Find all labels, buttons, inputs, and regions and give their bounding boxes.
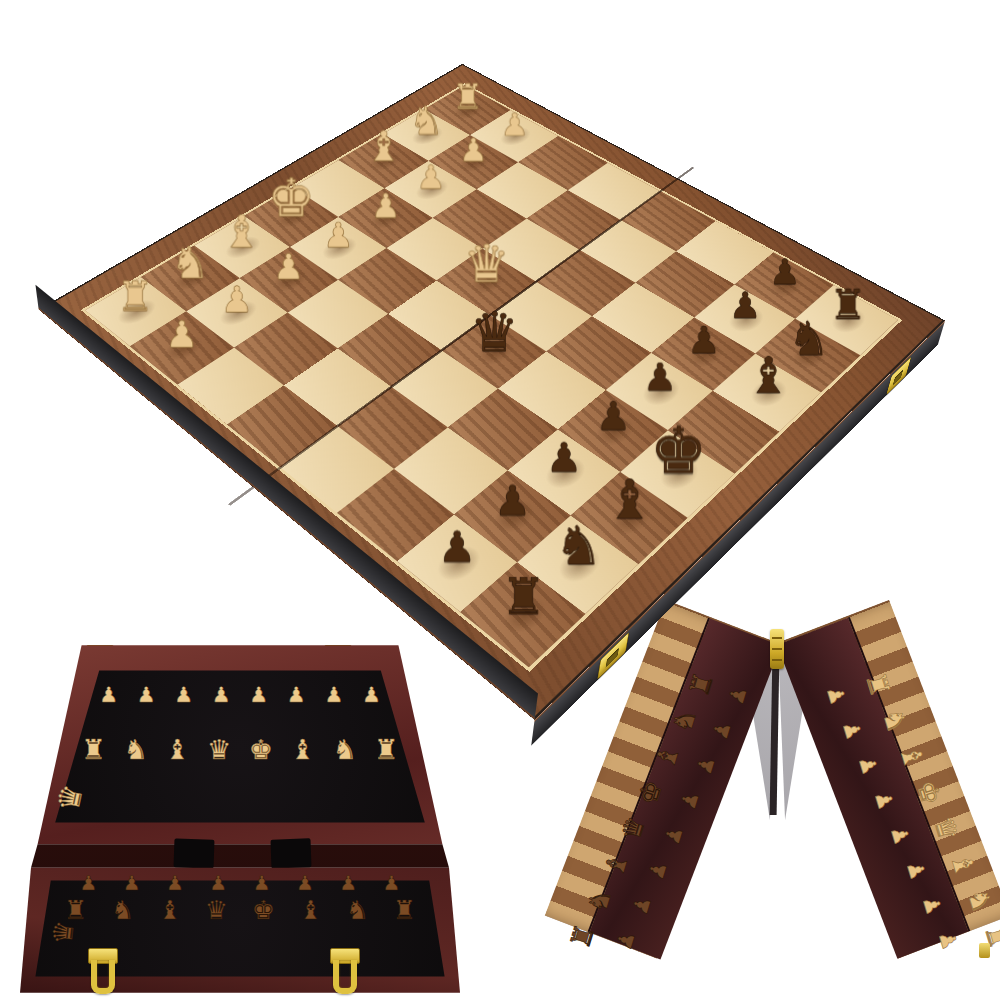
tray-piece-wP: ♟: [212, 685, 231, 706]
tray-piece-wP: ♟: [287, 685, 306, 706]
tray-piece-wR: ♜: [82, 736, 106, 763]
piece-bP: ♟: [769, 255, 801, 290]
piece-wP: ♟: [501, 109, 529, 140]
tray-piece-wP: ♟: [324, 685, 343, 706]
hinge-gap: [770, 655, 780, 815]
square: [592, 283, 694, 353]
piece-wP: ♟: [273, 250, 304, 285]
tray-piece-wP: ♟: [362, 685, 381, 706]
tray-piece-bP: ♟: [383, 873, 401, 893]
tray-piece-bP: ♟: [296, 873, 314, 893]
tray-piece-bN: ♞: [346, 897, 369, 923]
tray-piece-wP: ♟: [249, 685, 268, 706]
tray-piece-bB: ♝: [158, 897, 181, 923]
piece-wN: ♞: [409, 101, 444, 140]
tray-piece-wN: ♞: [123, 736, 147, 763]
lid-strap: [270, 838, 311, 868]
lid-strap: [174, 838, 215, 868]
piece-bP: ♟: [494, 481, 531, 523]
tray-piece-wN: ♞: [332, 736, 356, 763]
tray-piece-wP: ♟: [137, 685, 156, 706]
gold-hinge: [770, 629, 784, 669]
tray-piece-wQ: ♛: [207, 736, 231, 763]
spare-dark-piece: ♛: [48, 919, 77, 946]
tray-piece-bQ: ♛: [205, 897, 228, 923]
piece-wB: ♝: [222, 209, 262, 254]
piece-wN: ♞: [170, 241, 209, 285]
piece-wP: ♟: [416, 161, 445, 194]
piece-bK: ♚: [650, 419, 707, 483]
piece-wP: ♟: [370, 189, 400, 222]
piece-bN: ♞: [554, 519, 602, 573]
tray-piece-bP: ♟: [209, 873, 227, 893]
piece-bB: ♝: [746, 350, 791, 400]
tray-piece-bP: ♟: [339, 873, 357, 893]
lid-pawn-row: ♟♟♟♟♟♟♟♟: [99, 685, 381, 706]
brass-latch: [330, 948, 360, 1000]
tray-piece-bB: ♝: [299, 897, 322, 923]
base-major-row: ♜♞♝♛♚♝♞♜: [64, 897, 416, 923]
tray-piece-wP: ♟: [174, 685, 193, 706]
latch-bail: [91, 960, 115, 994]
spare-white-piece: ♛: [53, 782, 88, 815]
piece-wR: ♜: [452, 80, 483, 115]
piece-bB: ♝: [606, 472, 655, 526]
tray-piece-bP: ♟: [166, 873, 184, 893]
piece-bP: ♟: [547, 438, 583, 478]
tray-piece-wB: ♝: [291, 736, 315, 763]
board-frame: ♜♞♝♚♝♞♜♟♟♟♟♟♟♟♟♛♛♟♟♟♟♟♟♟♟♜♞♝♚♝♞♜: [39, 64, 945, 720]
piece-bP: ♟: [687, 322, 720, 359]
latch-bail: [333, 960, 357, 994]
tray-piece-wP: ♟: [99, 685, 118, 706]
piece-wB: ♝: [365, 125, 402, 167]
piece-wQ: ♛: [463, 238, 509, 290]
clasp-slot: [892, 369, 903, 385]
piece-bR: ♜: [830, 285, 867, 326]
board-squares: ♜♞♝♚♝♞♜♟♟♟♟♟♟♟♟♛♛♟♟♟♟♟♟♟♟♜♞♝♚♝♞♜: [81, 83, 902, 672]
storage-box-scene: ♟♟♟♟♟♟♟♟ ♜♞♝♛♚♝♞♜ ♛ ♟♟♟♟♟♟♟♟ ♜♞♝♛♚♝♞♜ ♛: [20, 638, 460, 1000]
tray-piece-bP: ♟: [79, 873, 97, 893]
tray-piece-wR: ♜: [374, 736, 398, 763]
chess-board: ♜♞♝♚♝♞♜♟♟♟♟♟♟♟♟♛♛♟♟♟♟♟♟♟♟♜♞♝♚♝♞♜: [39, 64, 945, 720]
piece-wP: ♟: [165, 316, 198, 353]
tray-piece-bP: ♟: [253, 873, 271, 893]
tray-piece-bP: ♟: [123, 873, 141, 893]
piece-wP: ♟: [220, 282, 252, 318]
piece-bP: ♟: [596, 397, 631, 436]
brass-latch: [88, 948, 118, 1000]
tray-piece-bR: ♜: [64, 897, 87, 923]
piece-wP: ♟: [323, 219, 354, 253]
lid-major-row: ♜♞♝♛♚♝♞♜: [82, 736, 399, 763]
tray-piece-wK: ♚: [249, 736, 273, 763]
piece-bP: ♟: [643, 359, 677, 397]
piece-bP: ♟: [438, 527, 476, 570]
tray-piece-wB: ♝: [165, 736, 189, 763]
piece-wK: ♚: [268, 172, 315, 225]
gold-hinge-end: [979, 943, 990, 958]
product-collage: ♜♞♝♚♝♞♜♟♟♟♟♟♟♟♟♛♛♟♟♟♟♟♟♟♟♜♞♝♚♝♞♜ ♟♟♟♟♟♟♟…: [0, 0, 1000, 1000]
tray-piece-bK: ♚: [252, 897, 275, 923]
piece-bP: ♟: [730, 288, 762, 324]
piece-bN: ♞: [788, 316, 830, 362]
tray-piece-bN: ♞: [111, 897, 134, 923]
base-pawn-row: ♟♟♟♟♟♟♟♟: [79, 873, 400, 893]
piece-bR: ♜: [501, 572, 546, 622]
piece-bQ: ♛: [470, 305, 519, 360]
piece-wR: ♜: [117, 277, 154, 318]
tray-piece-bR: ♜: [393, 897, 416, 923]
piece-wP: ♟: [459, 134, 488, 166]
open-board-scene: ♜♞♝♚♝♞♜♟♟♟♟♟♟♟♟♛♛♟♟♟♟♟♟♟♟♜♞♝♚♝♞♜: [170, 0, 810, 635]
